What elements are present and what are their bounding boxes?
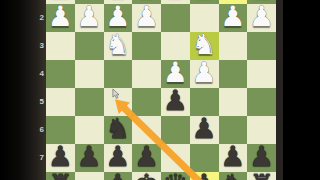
white-pawn-icon: ♟ [134,3,159,31]
square-b8[interactable]: ♞ [219,172,248,180]
white-pawn-icon: ♟ [220,3,245,31]
square-g7[interactable]: ♟ [75,144,104,172]
square-b2[interactable]: ♟ [219,4,248,32]
square-d4[interactable]: ♟ [161,60,190,88]
white-knight-icon: ♞ [105,31,130,59]
black-queen-icon: ♛ [163,171,188,180]
white-rook-icon: ♜ [48,0,73,3]
square-b6[interactable] [219,116,248,144]
square-c6[interactable]: ♟ [190,116,219,144]
square-f3[interactable]: ♞ [104,32,133,60]
square-b3[interactable] [219,32,248,60]
black-rook-icon: ♜ [249,171,274,180]
square-e3[interactable] [132,32,161,60]
square-g6[interactable] [75,116,104,144]
square-d2[interactable] [161,4,190,32]
rank-label-6: 6 [32,125,44,135]
rank-label-4: 4 [32,69,44,79]
square-a3[interactable] [247,32,276,60]
white-pawn-icon: ♟ [249,3,274,31]
white-knight-icon: ♞ [192,31,217,59]
black-king-icon: ♚ [134,171,159,180]
square-b4[interactable] [219,60,248,88]
square-f7[interactable]: ♟ [104,144,133,172]
square-c4[interactable]: ♟ [190,60,219,88]
chess-board[interactable]: ♜♝♚♛♝♜♟♟♟♟♟♟♞♞♟♟♟♞♟♟♟♟♟♟♟♜♝♚♛♝♞♜ [46,0,276,180]
black-pawn-icon: ♟ [163,87,188,115]
white-bishop-icon: ♝ [192,0,217,3]
black-rook-icon: ♜ [48,171,73,180]
right-letterbox-bar [283,0,320,180]
square-h4[interactable] [46,60,75,88]
rank-label-5: 5 [32,97,44,107]
square-b5[interactable] [219,88,248,116]
square-a4[interactable] [247,60,276,88]
square-c3[interactable]: ♞ [190,32,219,60]
black-pawn-icon: ♟ [220,143,245,171]
square-a5[interactable] [247,88,276,116]
white-queen-icon: ♛ [163,0,188,3]
white-pawn-icon: ♟ [48,3,73,31]
square-d5[interactable]: ♟ [161,88,190,116]
square-g4[interactable] [75,60,104,88]
black-pawn-icon: ♟ [249,143,274,171]
square-h5[interactable] [46,88,75,116]
black-pawn-icon: ♟ [134,143,159,171]
square-h8[interactable]: ♜ [46,172,75,180]
square-h3[interactable] [46,32,75,60]
white-pawn-icon: ♟ [77,3,102,31]
white-pawn-icon: ♟ [105,3,130,31]
white-pawn-icon: ♟ [163,59,188,87]
white-bishop-icon: ♝ [105,0,130,3]
square-f8[interactable]: ♝ [104,172,133,180]
square-f4[interactable] [104,60,133,88]
square-a6[interactable] [247,116,276,144]
square-e5[interactable] [132,88,161,116]
board-right-edge-strip [276,0,283,180]
square-a2[interactable]: ♟ [247,4,276,32]
square-h7[interactable]: ♟ [46,144,75,172]
square-d6[interactable] [161,116,190,144]
black-pawn-icon: ♟ [192,115,217,143]
black-knight-icon: ♞ [105,115,130,143]
black-pawn-icon: ♟ [77,143,102,171]
square-e4[interactable] [132,60,161,88]
rank-label-7: 7 [32,153,44,163]
square-c2[interactable] [190,4,219,32]
square-c8[interactable]: ♝ [190,172,219,180]
black-pawn-icon: ♟ [48,143,73,171]
square-a8[interactable]: ♜ [247,172,276,180]
black-pawn-icon: ♟ [105,143,130,171]
white-king-icon: ♚ [134,0,159,3]
square-c7[interactable] [190,144,219,172]
square-d7[interactable] [161,144,190,172]
square-b7[interactable]: ♟ [219,144,248,172]
square-d8[interactable]: ♛ [161,172,190,180]
square-e2[interactable]: ♟ [132,4,161,32]
black-bishop-icon: ♝ [192,171,217,180]
square-f5[interactable] [104,88,133,116]
black-bishop-icon: ♝ [105,171,130,180]
square-f6[interactable]: ♞ [104,116,133,144]
square-e7[interactable]: ♟ [132,144,161,172]
square-h2[interactable]: ♟ [46,4,75,32]
square-c5[interactable] [190,88,219,116]
square-f2[interactable]: ♟ [104,4,133,32]
square-g5[interactable] [75,88,104,116]
rank-label-2: 2 [32,13,44,23]
square-a7[interactable]: ♟ [247,144,276,172]
left-letterbox-bar: 234567 [0,0,46,180]
square-g3[interactable] [75,32,104,60]
square-g2[interactable]: ♟ [75,4,104,32]
square-e6[interactable] [132,116,161,144]
black-knight-icon: ♞ [220,171,245,180]
square-h6[interactable] [46,116,75,144]
rank-label-3: 3 [32,41,44,51]
square-e8[interactable]: ♚ [132,172,161,180]
square-g8[interactable] [75,172,104,180]
white-rook-icon: ♜ [249,0,274,3]
white-pawn-icon: ♟ [192,59,217,87]
video-frame: ♜♝♚♛♝♜♟♟♟♟♟♟♞♞♟♟♟♞♟♟♟♟♟♟♟♜♝♚♛♝♞♜ 234567 [0,0,320,180]
square-d3[interactable] [161,32,190,60]
